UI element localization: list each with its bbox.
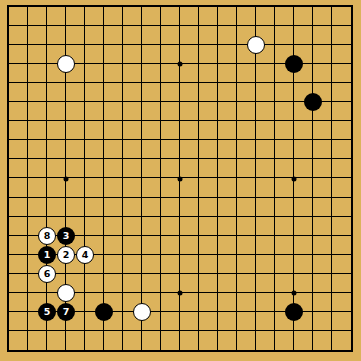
white-stone [247,36,265,54]
star-point [64,176,69,181]
black-stone-move-7: 7 [57,303,75,321]
stone-layer: 12345678 [9,7,351,350]
goban: 12345678 [7,5,353,352]
black-stone-move-3: 3 [57,227,75,245]
black-stone [95,303,113,321]
black-stone-move-5: 5 [38,303,56,321]
white-stone-move-8: 8 [38,227,56,245]
white-stone [57,284,75,302]
star-point [292,176,297,181]
black-stone-move-1: 1 [38,246,56,264]
white-stone-move-4: 4 [76,246,94,264]
black-stone [285,303,303,321]
go-diagram: 12345678 [0,0,361,361]
black-stone [304,93,322,111]
white-stone-move-2: 2 [57,246,75,264]
star-point [178,290,183,295]
white-stone-move-6: 6 [38,265,56,283]
white-stone [133,303,151,321]
black-stone [285,55,303,73]
star-point [178,176,183,181]
star-point [178,62,183,67]
star-point [292,290,297,295]
white-stone [57,55,75,73]
